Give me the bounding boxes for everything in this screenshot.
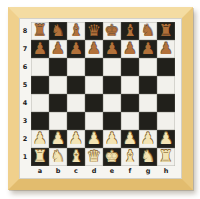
square-e7[interactable]: ♟ — [103, 40, 121, 58]
square-b1[interactable]: ♞ — [49, 148, 67, 166]
piece-black-pawn[interactable]: ♟ — [33, 40, 47, 58]
square-f8[interactable]: ♝ — [121, 22, 139, 40]
piece-white-pawn[interactable]: ♟ — [105, 130, 119, 148]
piece-white-pawn[interactable]: ♟ — [123, 130, 137, 148]
square-g3[interactable] — [139, 112, 157, 130]
file-label-h: h — [157, 166, 175, 178]
square-e8[interactable]: ♚ — [103, 22, 121, 40]
piece-black-pawn[interactable]: ♟ — [51, 40, 65, 58]
piece-black-pawn[interactable]: ♟ — [159, 40, 173, 58]
piece-white-king[interactable]: ♚ — [105, 148, 119, 166]
square-d7[interactable]: ♟ — [85, 40, 103, 58]
square-b6[interactable] — [49, 58, 67, 76]
piece-white-rook[interactable]: ♜ — [159, 148, 173, 166]
piece-black-rook[interactable]: ♜ — [159, 22, 173, 40]
piece-black-pawn[interactable]: ♟ — [123, 40, 137, 58]
square-e1[interactable]: ♚ — [103, 148, 121, 166]
piece-black-bishop[interactable]: ♝ — [123, 22, 137, 40]
square-f2[interactable]: ♟ — [121, 130, 139, 148]
square-a2[interactable]: ♟ — [31, 130, 49, 148]
piece-white-pawn[interactable]: ♟ — [159, 130, 173, 148]
piece-black-pawn[interactable]: ♟ — [87, 40, 101, 58]
square-f3[interactable] — [121, 112, 139, 130]
square-e3[interactable] — [103, 112, 121, 130]
square-c3[interactable] — [67, 112, 85, 130]
square-d3[interactable] — [85, 112, 103, 130]
square-d5[interactable] — [85, 76, 103, 94]
square-e2[interactable]: ♟ — [103, 130, 121, 148]
square-b3[interactable] — [49, 112, 67, 130]
square-c2[interactable]: ♟ — [67, 130, 85, 148]
square-g6[interactable] — [139, 58, 157, 76]
piece-white-knight[interactable]: ♞ — [51, 148, 65, 166]
rank-label-5: 5 — [19, 76, 31, 94]
square-h7[interactable]: ♟ — [157, 40, 175, 58]
rank-label-4: 4 — [19, 94, 31, 112]
square-f7[interactable]: ♟ — [121, 40, 139, 58]
piece-white-pawn[interactable]: ♟ — [87, 130, 101, 148]
square-g7[interactable]: ♟ — [139, 40, 157, 58]
piece-white-pawn[interactable]: ♟ — [69, 130, 83, 148]
square-d6[interactable] — [85, 58, 103, 76]
piece-white-bishop[interactable]: ♝ — [123, 148, 137, 166]
file-label-e: e — [103, 166, 121, 178]
square-a3[interactable] — [31, 112, 49, 130]
piece-black-king[interactable]: ♚ — [105, 22, 119, 40]
rank-label-7: 7 — [19, 40, 31, 58]
square-h1[interactable]: ♜ — [157, 148, 175, 166]
piece-black-pawn[interactable]: ♟ — [141, 40, 155, 58]
piece-black-bishop[interactable]: ♝ — [69, 22, 83, 40]
square-f1[interactable]: ♝ — [121, 148, 139, 166]
rank-label-6: 6 — [19, 58, 31, 76]
square-f4[interactable] — [121, 94, 139, 112]
chessboard-photo: 87654321 ♜♞♝♛♚♝♞♜♟♟♟♟♟♟♟♟♟♟♟♟♟♟♟♟♜♞♝♛♚♝♞… — [0, 0, 200, 199]
square-g2[interactable]: ♟ — [139, 130, 157, 148]
square-a7[interactable]: ♟ — [31, 40, 49, 58]
square-c7[interactable]: ♟ — [67, 40, 85, 58]
piece-black-pawn[interactable]: ♟ — [69, 40, 83, 58]
board-surface: 87654321 ♜♞♝♛♚♝♞♜♟♟♟♟♟♟♟♟♟♟♟♟♟♟♟♟♜♞♝♛♚♝♞… — [19, 18, 182, 179]
square-g5[interactable] — [139, 76, 157, 94]
square-c1[interactable]: ♝ — [67, 148, 85, 166]
square-f6[interactable] — [121, 58, 139, 76]
piece-black-pawn[interactable]: ♟ — [105, 40, 119, 58]
rank-label-1: 1 — [19, 148, 31, 166]
file-label-g: g — [139, 166, 157, 178]
piece-white-pawn[interactable]: ♟ — [33, 130, 47, 148]
piece-white-bishop[interactable]: ♝ — [69, 148, 83, 166]
square-a4[interactable] — [31, 94, 49, 112]
square-b4[interactable] — [49, 94, 67, 112]
rank-labels: 87654321 — [19, 22, 31, 166]
square-b7[interactable]: ♟ — [49, 40, 67, 58]
wooden-board-frame: 87654321 ♜♞♝♛♚♝♞♜♟♟♟♟♟♟♟♟♟♟♟♟♟♟♟♟♜♞♝♛♚♝♞… — [8, 7, 193, 190]
file-label-f: f — [121, 166, 139, 178]
piece-white-rook[interactable]: ♜ — [33, 148, 47, 166]
square-h4[interactable] — [157, 94, 175, 112]
square-d1[interactable]: ♛ — [85, 148, 103, 166]
piece-black-queen[interactable]: ♛ — [87, 22, 101, 40]
square-g1[interactable]: ♞ — [139, 148, 157, 166]
piece-white-pawn[interactable]: ♟ — [141, 130, 155, 148]
square-c6[interactable] — [67, 58, 85, 76]
square-h6[interactable] — [157, 58, 175, 76]
square-a5[interactable] — [31, 76, 49, 94]
square-b5[interactable] — [49, 76, 67, 94]
square-h8[interactable]: ♜ — [157, 22, 175, 40]
rank-label-8: 8 — [19, 22, 31, 40]
square-g8[interactable]: ♞ — [139, 22, 157, 40]
square-e6[interactable] — [103, 58, 121, 76]
piece-white-pawn[interactable]: ♟ — [51, 130, 65, 148]
square-d4[interactable] — [85, 94, 103, 112]
square-h3[interactable] — [157, 112, 175, 130]
square-a8[interactable]: ♜ — [31, 22, 49, 40]
square-d8[interactable]: ♛ — [85, 22, 103, 40]
piece-black-knight[interactable]: ♞ — [51, 22, 65, 40]
square-c8[interactable]: ♝ — [67, 22, 85, 40]
square-h2[interactable]: ♟ — [157, 130, 175, 148]
file-label-b: b — [49, 166, 67, 178]
piece-black-knight[interactable]: ♞ — [141, 22, 155, 40]
square-h5[interactable] — [157, 76, 175, 94]
piece-white-queen[interactable]: ♛ — [87, 148, 101, 166]
square-a1[interactable]: ♜ — [31, 148, 49, 166]
square-e5[interactable] — [103, 76, 121, 94]
rank-label-2: 2 — [19, 130, 31, 148]
piece-white-knight[interactable]: ♞ — [141, 148, 155, 166]
board-grid: ♜♞♝♛♚♝♞♜♟♟♟♟♟♟♟♟♟♟♟♟♟♟♟♟♜♞♝♛♚♝♞♜ — [31, 22, 175, 166]
piece-black-rook[interactable]: ♜ — [33, 22, 47, 40]
square-b8[interactable]: ♞ — [49, 22, 67, 40]
file-label-d: d — [85, 166, 103, 178]
square-d2[interactable]: ♟ — [85, 130, 103, 148]
file-label-a: a — [31, 166, 49, 178]
square-f5[interactable] — [121, 76, 139, 94]
file-label-c: c — [67, 166, 85, 178]
file-labels: abcdefgh — [31, 166, 175, 179]
square-c5[interactable] — [67, 76, 85, 94]
square-b2[interactable]: ♟ — [49, 130, 67, 148]
rank-label-3: 3 — [19, 112, 31, 130]
square-g4[interactable] — [139, 94, 157, 112]
square-e4[interactable] — [103, 94, 121, 112]
square-a6[interactable] — [31, 58, 49, 76]
square-c4[interactable] — [67, 94, 85, 112]
